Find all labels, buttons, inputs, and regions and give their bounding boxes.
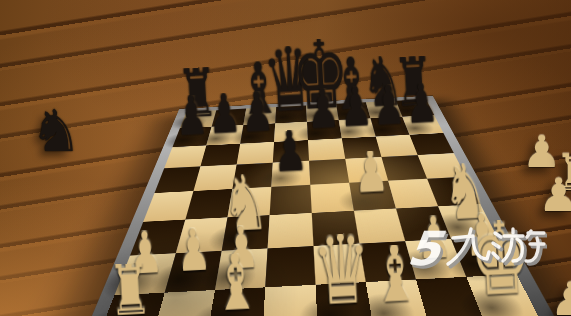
captured-white-pawn: ♟	[538, 172, 571, 218]
square-f4[interactable]: ♟	[349, 181, 396, 211]
square-h1[interactable]: ♚	[466, 274, 540, 316]
game-window: ♜♝♛♚♝♞♜♟♟♟♟♟♟♟♟♟♞♞♟♟♟♟♟♜♝♛♝♚ ♞ ♟♜♟♟ 5	[0, 0, 571, 316]
captured-black-knight: ♞	[30, 102, 82, 160]
piece-white-pawn[interactable]: ♟	[323, 149, 419, 199]
piece-white-queen[interactable]: ♛	[278, 230, 404, 311]
piece-black-pawn[interactable]: ♟	[383, 81, 461, 127]
captured-white-pawn: ♟	[550, 276, 571, 316]
board-scene: ♜♝♛♚♝♞♜♟♟♟♟♟♟♟♟♟♞♞♟♟♟♟♟♜♝♛♝♚	[0, 0, 571, 316]
square-e1[interactable]: ♛	[316, 282, 374, 316]
board-squares[interactable]: ♜♝♛♚♝♞♜♟♟♟♟♟♟♟♟♟♞♞♟♟♟♟♟♜♝♛♝♚	[95, 99, 541, 316]
square-c1[interactable]: ♝	[207, 288, 266, 316]
chess-board[interactable]: ♜♝♛♚♝♞♜♟♟♟♟♟♟♟♟♟♞♞♟♟♟♟♟♜♝♛♝♚	[75, 96, 563, 316]
square-h7[interactable]: ♟	[402, 115, 443, 135]
square-a1[interactable]: ♜	[95, 293, 164, 316]
